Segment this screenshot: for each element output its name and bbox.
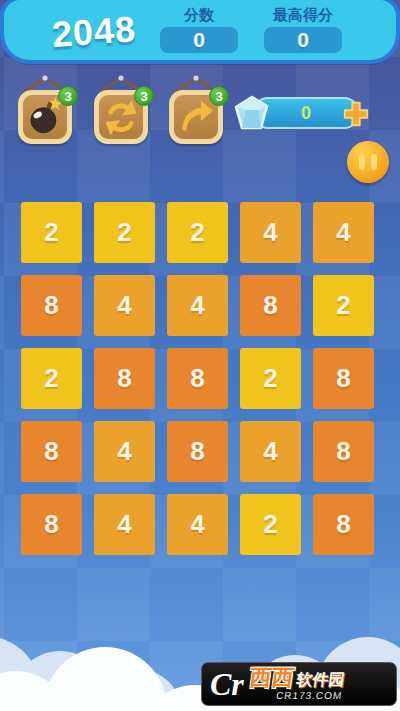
powerup-shuffle-count-badge: 3: [134, 86, 154, 106]
tile-r2c2: 4: [94, 275, 155, 336]
tile-r4c5: 8: [313, 421, 374, 482]
tile-r2c4: 8: [240, 275, 301, 336]
watermark-cr-logo: Cr: [210, 668, 244, 700]
powerup-shuffle-button[interactable]: 3: [94, 74, 148, 146]
tile-r3c3: 8: [167, 348, 228, 409]
tile-r2c3: 4: [167, 275, 228, 336]
tile-r5c3: 4: [167, 494, 228, 555]
pause-button[interactable]: [347, 141, 389, 183]
tile-r4c4: 4: [240, 421, 301, 482]
best-score-section: 最高得分 0: [264, 5, 342, 53]
tile-r4c1: 8: [21, 421, 82, 482]
board[interactable]: 2224484482288288484884428: [21, 202, 374, 555]
watermark-text: 西西 软件园 CR173.COM: [246, 667, 346, 701]
site-watermark: Cr 西西 软件园 CR173.COM: [201, 662, 397, 706]
gem-counter-bar: 0: [252, 97, 360, 129]
pause-icon: [359, 154, 365, 170]
score-value-box: 0: [160, 27, 238, 53]
tile-r3c1: 2: [21, 348, 82, 409]
score-value: 0: [193, 28, 205, 52]
top-score-panel: 2048 分数 0 最高得分 0: [4, 0, 396, 60]
tile-r3c4: 2: [240, 348, 301, 409]
tile-r3c5: 8: [313, 348, 374, 409]
watermark-site-suffix: 软件园: [295, 672, 345, 688]
powerup-bomb-count-badge: 3: [58, 86, 78, 106]
powerup-bomb-button[interactable]: 3: [18, 74, 72, 146]
tile-r2c5: 2: [313, 275, 374, 336]
watermark-url: CR173.COM: [246, 690, 343, 701]
tile-r1c2: 2: [94, 202, 155, 263]
add-gems-button[interactable]: [342, 100, 370, 128]
best-score-value-box: 0: [264, 27, 342, 53]
game-screen: 2048 分数 0 最高得分 0 3: [0, 0, 400, 711]
tile-r5c4: 2: [240, 494, 301, 555]
powerup-skip-count-badge: 3: [209, 86, 229, 106]
game-logo: 2048: [37, 7, 152, 57]
tile-r5c1: 8: [21, 494, 82, 555]
tile-r2c1: 8: [21, 275, 82, 336]
score-label: 分数: [184, 5, 214, 25]
tile-r5c5: 8: [313, 494, 374, 555]
powerup-skip-button[interactable]: 3: [169, 74, 223, 146]
tile-r1c1: 2: [21, 202, 82, 263]
tile-r1c3: 2: [167, 202, 228, 263]
tile-r4c3: 8: [167, 421, 228, 482]
tile-r5c2: 4: [94, 494, 155, 555]
tile-r3c2: 8: [94, 348, 155, 409]
watermark-site-name: 西西: [248, 667, 295, 689]
tile-r4c2: 4: [94, 421, 155, 482]
pause-icon: [371, 154, 377, 170]
score-section: 分数 0: [160, 5, 238, 53]
tile-r1c4: 4: [240, 202, 301, 263]
best-score-value: 0: [297, 28, 309, 52]
tile-r1c5: 4: [313, 202, 374, 263]
best-score-label: 最高得分: [273, 5, 333, 25]
